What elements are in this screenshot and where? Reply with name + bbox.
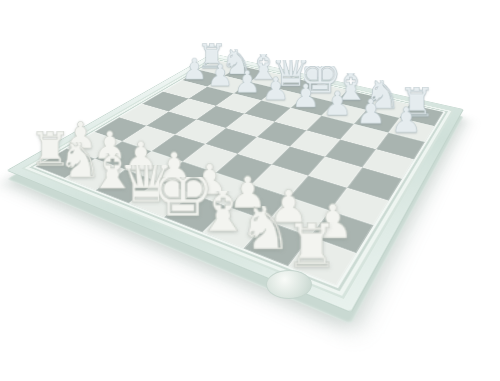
square-h8: ♜ xyxy=(400,104,444,126)
glass-chessboard: ♜♞♝♛♚♝♞♜♟♟♟♟♟♟♟♟♟♟♟♟♟♟♟♟♜♞♝♛♚♝♞♜ xyxy=(6,53,464,313)
glass-chess-set-photo: ♜♞♝♛♚♝♞♜♟♟♟♟♟♟♟♟♟♟♟♟♟♟♟♟♜♞♝♛♚♝♞♜ xyxy=(0,0,500,381)
piece-white-queen-d1: ♛ xyxy=(123,165,169,211)
board-grid: ♜♞♝♛♚♝♞♜♟♟♟♟♟♟♟♟♟♟♟♟♟♟♟♟♜♞♝♛♚♝♞♜ xyxy=(36,60,443,285)
piece-black-bishop-c8: ♝ xyxy=(248,54,279,85)
piece-white-rook-a1: ♜ xyxy=(30,131,71,172)
board-foot xyxy=(266,270,312,299)
piece-black-rook-a8: ♜ xyxy=(197,43,227,73)
